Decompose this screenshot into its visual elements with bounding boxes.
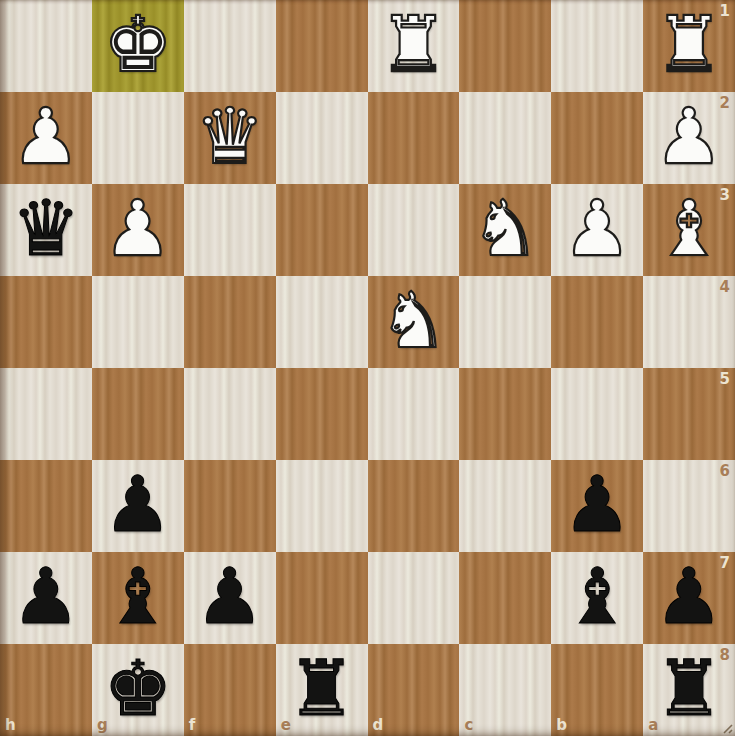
square-b7[interactable]: ♝ [551, 552, 643, 644]
white-knight[interactable]: ♞ [471, 190, 540, 267]
rank-label-5: 5 [720, 372, 730, 387]
square-e8[interactable]: ♜e [276, 644, 368, 736]
white-rook[interactable]: ♜ [379, 6, 448, 83]
square-c1[interactable] [459, 0, 551, 92]
file-label-d: d [373, 718, 384, 733]
black-pawn[interactable]: ♟ [563, 466, 632, 543]
square-b2[interactable] [551, 92, 643, 184]
square-e6[interactable] [276, 460, 368, 552]
black-pawn[interactable]: ♟ [103, 466, 172, 543]
square-a7[interactable]: ♟7 [643, 552, 735, 644]
square-g8[interactable]: ♚g [92, 644, 184, 736]
black-rook[interactable]: ♜ [287, 650, 356, 727]
white-bishop[interactable]: ♝ [655, 190, 724, 267]
white-rook[interactable]: ♜ [655, 6, 724, 83]
square-d8[interactable]: d [368, 644, 460, 736]
square-a3[interactable]: ♝3 [643, 184, 735, 276]
square-h5[interactable] [0, 368, 92, 460]
square-f2[interactable]: ♛ [184, 92, 276, 184]
black-rook[interactable]: ♜ [655, 650, 724, 727]
square-h1[interactable] [0, 0, 92, 92]
square-d1[interactable]: ♜ [368, 0, 460, 92]
square-d2[interactable] [368, 92, 460, 184]
square-d3[interactable] [368, 184, 460, 276]
black-pawn[interactable]: ♟ [195, 558, 264, 635]
black-pawn[interactable]: ♟ [11, 558, 80, 635]
square-f1[interactable] [184, 0, 276, 92]
square-c7[interactable] [459, 552, 551, 644]
chess-board: ♚♜♜1♟♛♟2♛♟♞♟♝3♞45♟♟6♟♝♟♝♟7h♚gf♜edcb♜8a [0, 0, 735, 736]
square-e5[interactable] [276, 368, 368, 460]
rank-label-6: 6 [720, 464, 730, 479]
black-bishop[interactable]: ♝ [563, 558, 632, 635]
file-label-b: b [556, 718, 567, 733]
square-a1[interactable]: ♜1 [643, 0, 735, 92]
square-g7[interactable]: ♝ [92, 552, 184, 644]
square-d6[interactable] [368, 460, 460, 552]
board-resize-handle[interactable] [719, 720, 733, 734]
square-c3[interactable]: ♞ [459, 184, 551, 276]
white-pawn[interactable]: ♟ [655, 98, 724, 175]
white-knight[interactable]: ♞ [379, 282, 448, 359]
square-b5[interactable] [551, 368, 643, 460]
black-bishop[interactable]: ♝ [103, 558, 172, 635]
square-f7[interactable]: ♟ [184, 552, 276, 644]
file-label-c: c [464, 718, 473, 733]
square-e7[interactable] [276, 552, 368, 644]
square-d5[interactable] [368, 368, 460, 460]
square-e2[interactable] [276, 92, 368, 184]
square-f5[interactable] [184, 368, 276, 460]
square-h7[interactable]: ♟ [0, 552, 92, 644]
black-queen[interactable]: ♛ [11, 190, 80, 267]
white-king[interactable]: ♚ [103, 6, 172, 83]
square-a2[interactable]: ♟2 [643, 92, 735, 184]
square-a5[interactable]: 5 [643, 368, 735, 460]
white-pawn[interactable]: ♟ [563, 190, 632, 267]
square-h8[interactable]: h [0, 644, 92, 736]
square-g3[interactable]: ♟ [92, 184, 184, 276]
square-g6[interactable]: ♟ [92, 460, 184, 552]
square-c4[interactable] [459, 276, 551, 368]
square-f4[interactable] [184, 276, 276, 368]
square-g1[interactable]: ♚ [92, 0, 184, 92]
square-c6[interactable] [459, 460, 551, 552]
square-g5[interactable] [92, 368, 184, 460]
square-d4[interactable]: ♞ [368, 276, 460, 368]
square-b3[interactable]: ♟ [551, 184, 643, 276]
square-d7[interactable] [368, 552, 460, 644]
file-label-h: h [5, 718, 16, 733]
white-pawn[interactable]: ♟ [11, 98, 80, 175]
square-c2[interactable] [459, 92, 551, 184]
square-b6[interactable]: ♟ [551, 460, 643, 552]
square-a6[interactable]: 6 [643, 460, 735, 552]
square-g2[interactable] [92, 92, 184, 184]
white-pawn[interactable]: ♟ [103, 190, 172, 267]
square-h3[interactable]: ♛ [0, 184, 92, 276]
square-e3[interactable] [276, 184, 368, 276]
square-b4[interactable] [551, 276, 643, 368]
square-h4[interactable] [0, 276, 92, 368]
black-pawn[interactable]: ♟ [655, 558, 724, 635]
rank-label-4: 4 [720, 280, 730, 295]
black-king[interactable]: ♚ [103, 650, 172, 727]
square-e4[interactable] [276, 276, 368, 368]
square-e1[interactable] [276, 0, 368, 92]
square-g4[interactable] [92, 276, 184, 368]
square-b8[interactable]: b [551, 644, 643, 736]
square-a4[interactable]: 4 [643, 276, 735, 368]
file-label-f: f [189, 718, 196, 733]
square-c5[interactable] [459, 368, 551, 460]
square-c8[interactable]: c [459, 644, 551, 736]
square-f3[interactable] [184, 184, 276, 276]
square-f6[interactable] [184, 460, 276, 552]
white-queen[interactable]: ♛ [195, 98, 264, 175]
square-f8[interactable]: f [184, 644, 276, 736]
square-h6[interactable] [0, 460, 92, 552]
square-b1[interactable] [551, 0, 643, 92]
square-h2[interactable]: ♟ [0, 92, 92, 184]
